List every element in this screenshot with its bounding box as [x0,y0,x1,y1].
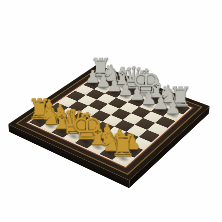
chess-board: ♜♞♝♛♚♝♞♜♟♟♟♟♟♟♟♟♟♟♟♟♟♟♟♟♜♞♝♛♚♝♞♜ [8,65,209,181]
scene: ♜♞♝♛♚♝♞♜♟♟♟♟♟♟♟♟♟♟♟♟♟♟♟♟♜♞♝♛♚♝♞♜ [0,0,222,222]
product-photo: ♜♞♝♛♚♝♞♜♟♟♟♟♟♟♟♟♟♟♟♟♟♟♟♟♜♞♝♛♚♝♞♜ [0,0,222,222]
gold-rook-icon: ♜ [107,131,139,161]
silver-pawn-icon: ♟ [159,98,188,117]
